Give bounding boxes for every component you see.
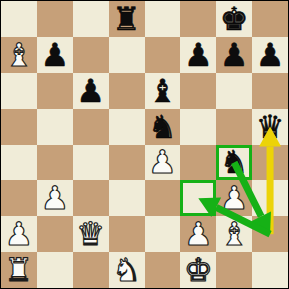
- square-b8[interactable]: [37, 1, 73, 37]
- square-e2[interactable]: [145, 216, 181, 252]
- square-b4[interactable]: [37, 145, 73, 181]
- square-a7[interactable]: ♝: [1, 37, 37, 73]
- square-f1[interactable]: ♚: [180, 252, 216, 288]
- black-knight[interactable]: ♞: [148, 111, 177, 143]
- square-c8[interactable]: [73, 1, 109, 37]
- square-f8[interactable]: [180, 1, 216, 37]
- white-pawn[interactable]: ♟: [5, 218, 34, 250]
- square-d3[interactable]: [109, 180, 145, 216]
- square-a6[interactable]: [1, 73, 37, 109]
- square-g3[interactable]: ♟: [216, 180, 252, 216]
- square-b1[interactable]: [37, 252, 73, 288]
- highlight-square-f3: [180, 180, 216, 216]
- square-h2[interactable]: [252, 216, 288, 252]
- white-knight[interactable]: ♞: [112, 254, 141, 286]
- square-a8[interactable]: [1, 1, 37, 37]
- square-g4[interactable]: ♞: [216, 145, 252, 181]
- square-a1[interactable]: ♜: [1, 252, 37, 288]
- white-rook[interactable]: ♜: [5, 254, 34, 286]
- square-h3[interactable]: [252, 180, 288, 216]
- square-d2[interactable]: [109, 216, 145, 252]
- square-a2[interactable]: ♟: [1, 216, 37, 252]
- square-b2[interactable]: [37, 216, 73, 252]
- white-pawn[interactable]: ♟: [148, 146, 177, 178]
- square-f5[interactable]: [180, 109, 216, 145]
- black-pawn[interactable]: ♟: [40, 39, 69, 71]
- black-rook[interactable]: ♜: [112, 3, 141, 35]
- white-queen[interactable]: ♛: [76, 218, 105, 250]
- square-h8[interactable]: [252, 1, 288, 37]
- square-f7[interactable]: ♟: [180, 37, 216, 73]
- square-b6[interactable]: [37, 73, 73, 109]
- square-a3[interactable]: [1, 180, 37, 216]
- black-bishop[interactable]: ♝: [148, 75, 177, 107]
- square-f2[interactable]: ♟: [180, 216, 216, 252]
- square-c5[interactable]: [73, 109, 109, 145]
- board-squares: ♜♚♝♟♟♟♟♟♝♞♛♟♞♟♟♟♛♟♝♜♞♚: [1, 1, 288, 288]
- square-g7[interactable]: ♟: [216, 37, 252, 73]
- square-e6[interactable]: ♝: [145, 73, 181, 109]
- square-b5[interactable]: [37, 109, 73, 145]
- square-f4[interactable]: [180, 145, 216, 181]
- square-c2[interactable]: ♛: [73, 216, 109, 252]
- square-h7[interactable]: ♟: [252, 37, 288, 73]
- white-pawn[interactable]: ♟: [220, 182, 249, 214]
- black-pawn[interactable]: ♟: [220, 39, 249, 71]
- square-g1[interactable]: [216, 252, 252, 288]
- black-pawn[interactable]: ♟: [184, 39, 213, 71]
- square-b7[interactable]: ♟: [37, 37, 73, 73]
- square-c6[interactable]: ♟: [73, 73, 109, 109]
- square-g2[interactable]: ♝: [216, 216, 252, 252]
- square-e5[interactable]: ♞: [145, 109, 181, 145]
- square-h1[interactable]: [252, 252, 288, 288]
- square-d7[interactable]: [109, 37, 145, 73]
- square-e8[interactable]: [145, 1, 181, 37]
- square-e1[interactable]: [145, 252, 181, 288]
- white-bishop[interactable]: ♝: [5, 39, 34, 71]
- black-pawn[interactable]: ♟: [76, 75, 105, 107]
- black-king[interactable]: ♚: [220, 3, 249, 35]
- square-h5[interactable]: ♛: [252, 109, 288, 145]
- square-a5[interactable]: [1, 109, 37, 145]
- square-c7[interactable]: [73, 37, 109, 73]
- square-f6[interactable]: [180, 73, 216, 109]
- square-h6[interactable]: [252, 73, 288, 109]
- square-e7[interactable]: [145, 37, 181, 73]
- square-e3[interactable]: [145, 180, 181, 216]
- white-king[interactable]: ♚: [184, 254, 213, 286]
- square-g6[interactable]: [216, 73, 252, 109]
- black-queen[interactable]: ♛: [256, 111, 285, 143]
- square-c4[interactable]: [73, 145, 109, 181]
- white-pawn[interactable]: ♟: [184, 218, 213, 250]
- black-knight[interactable]: ♞: [220, 146, 249, 178]
- square-d1[interactable]: ♞: [109, 252, 145, 288]
- square-b3[interactable]: ♟: [37, 180, 73, 216]
- square-e4[interactable]: ♟: [145, 145, 181, 181]
- white-bishop[interactable]: ♝: [220, 218, 249, 250]
- square-c3[interactable]: [73, 180, 109, 216]
- square-d5[interactable]: [109, 109, 145, 145]
- square-f3[interactable]: [180, 180, 216, 216]
- square-d6[interactable]: [109, 73, 145, 109]
- square-d4[interactable]: [109, 145, 145, 181]
- square-g5[interactable]: [216, 109, 252, 145]
- square-g8[interactable]: ♚: [216, 1, 252, 37]
- square-h4[interactable]: [252, 145, 288, 181]
- white-pawn[interactable]: ♟: [40, 182, 69, 214]
- chess-board: ♜♚♝♟♟♟♟♟♝♞♛♟♞♟♟♟♛♟♝♜♞♚: [0, 0, 289, 289]
- black-pawn[interactable]: ♟: [256, 39, 285, 71]
- square-a4[interactable]: [1, 145, 37, 181]
- square-d8[interactable]: ♜: [109, 1, 145, 37]
- square-c1[interactable]: [73, 252, 109, 288]
